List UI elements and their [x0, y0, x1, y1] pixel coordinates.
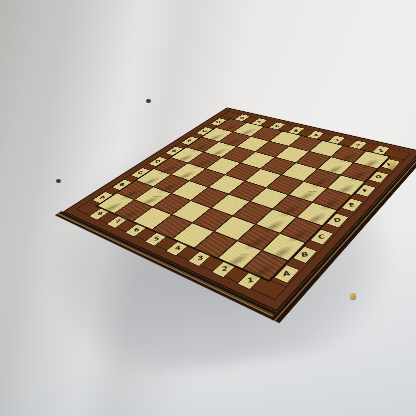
hinge-hook-icon — [56, 179, 61, 183]
hinge-hook-icon — [146, 99, 151, 103]
photo-scene: AABBCCDDEEFFGGHH1122334455667788♜♞♝♛♚♝♞♜… — [0, 0, 416, 416]
brass-clasp-icon — [350, 293, 356, 299]
rook-icon: ♜ — [245, 224, 286, 270]
chess-board-wrapper: AABBCCDDEEFFGGHH1122334455667788♜♞♝♛♚♝♞♜… — [100, 36, 391, 327]
